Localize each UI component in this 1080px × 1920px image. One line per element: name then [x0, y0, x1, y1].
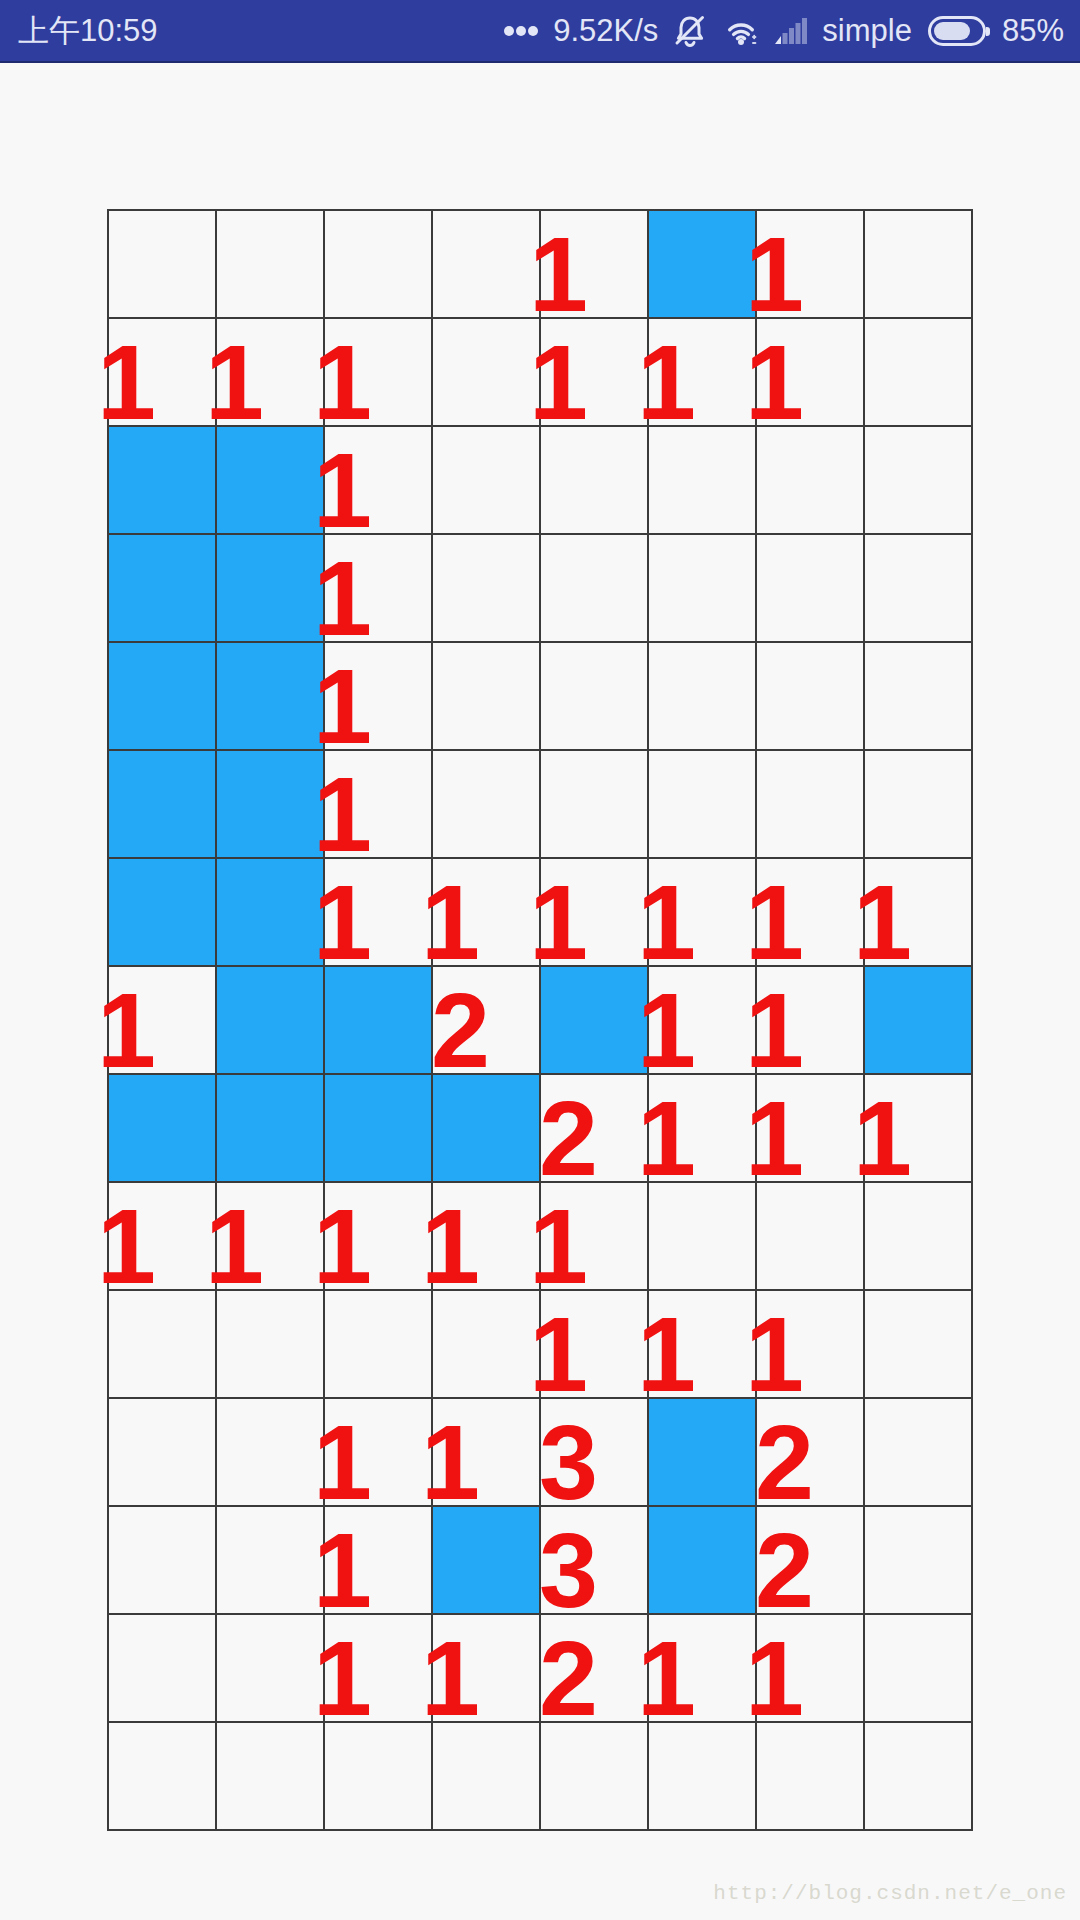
- cell-r8c1[interactable]: 1: [109, 967, 215, 1073]
- cell-r4c2[interactable]: [217, 535, 323, 641]
- battery-nub: [986, 27, 990, 36]
- cell-r6c4[interactable]: [433, 751, 539, 857]
- more-dots-icon: [503, 25, 539, 37]
- status-bar: 上午10:59 9.52K/s simple: [0, 0, 1080, 63]
- cell-number: 2: [755, 1517, 814, 1623]
- cell-r2c4[interactable]: [433, 319, 539, 425]
- cell-r5c4[interactable]: [433, 643, 539, 749]
- cell-r6c2[interactable]: [217, 751, 323, 857]
- cell-r10c7[interactable]: [757, 1183, 863, 1289]
- cell-r2c1[interactable]: 1: [109, 319, 215, 425]
- status-net-speed: 9.52K/s: [553, 13, 658, 49]
- cell-r13c8[interactable]: [865, 1507, 971, 1613]
- cell-number: 1: [97, 1193, 156, 1299]
- cell-r5c5[interactable]: [541, 643, 647, 749]
- cell-r14c3[interactable]: 1: [325, 1615, 431, 1721]
- cell-r15c3[interactable]: [325, 1723, 431, 1829]
- wifi-icon: [722, 15, 760, 47]
- status-carrier: simple: [822, 13, 912, 49]
- cell-r1c2[interactable]: [217, 211, 323, 317]
- cell-r4c5[interactable]: [541, 535, 647, 641]
- cell-r2c2[interactable]: 1: [217, 319, 323, 425]
- battery-fill: [934, 22, 970, 40]
- cell-number: 1: [97, 329, 156, 435]
- cell-r3c8[interactable]: [865, 427, 971, 533]
- cell-r15c1[interactable]: [109, 1723, 215, 1829]
- cell-r10c6[interactable]: [649, 1183, 755, 1289]
- cell-r13c3[interactable]: 1: [325, 1507, 431, 1613]
- cell-r3c3[interactable]: 1: [325, 427, 431, 533]
- cell-r13c1[interactable]: [109, 1507, 215, 1613]
- cell-number: 3: [539, 1517, 598, 1623]
- cell-r5c1[interactable]: [109, 643, 215, 749]
- cell-r2c3[interactable]: 1: [325, 319, 431, 425]
- cell-r5c2[interactable]: [217, 643, 323, 749]
- cell-r2c6[interactable]: 1: [649, 319, 755, 425]
- cell-r9c4[interactable]: [433, 1075, 539, 1181]
- cell-number: 2: [539, 1625, 598, 1731]
- cell-number: 2: [539, 1085, 598, 1191]
- cell-r14c8[interactable]: [865, 1615, 971, 1721]
- cell-r15c8[interactable]: [865, 1723, 971, 1829]
- cell-r11c4[interactable]: [433, 1291, 539, 1397]
- cell-r13c2[interactable]: [217, 1507, 323, 1613]
- cell-r7c3[interactable]: 1: [325, 859, 431, 965]
- cell-r7c5[interactable]: 1: [541, 859, 647, 965]
- cell-r12c3[interactable]: 1: [325, 1399, 431, 1505]
- cell-r5c7[interactable]: [757, 643, 863, 749]
- cell-r10c8[interactable]: [865, 1183, 971, 1289]
- cell-r9c5[interactable]: 2: [541, 1075, 647, 1181]
- cell-r12c6[interactable]: [649, 1399, 755, 1505]
- cell-r11c7[interactable]: 1: [757, 1291, 863, 1397]
- cell-r13c5[interactable]: 3: [541, 1507, 647, 1613]
- cell-r3c4[interactable]: [433, 427, 539, 533]
- cell-r7c2[interactable]: [217, 859, 323, 965]
- cell-r8c4[interactable]: 2: [433, 967, 539, 1073]
- cell-r3c1[interactable]: [109, 427, 215, 533]
- cell-r1c3[interactable]: [325, 211, 431, 317]
- cell-r13c6[interactable]: [649, 1507, 755, 1613]
- cell-r12c1[interactable]: [109, 1399, 215, 1505]
- cell-r11c2[interactable]: [217, 1291, 323, 1397]
- cell-r6c6[interactable]: [649, 751, 755, 857]
- cell-r9c3[interactable]: [325, 1075, 431, 1181]
- cell-number: 3: [539, 1409, 598, 1515]
- cell-r7c8[interactable]: 1: [865, 859, 971, 965]
- cell-r4c7[interactable]: [757, 535, 863, 641]
- cell-r7c7[interactable]: 1: [757, 859, 863, 965]
- cell-r12c5[interactable]: 3: [541, 1399, 647, 1505]
- cell-r10c2[interactable]: 1: [217, 1183, 323, 1289]
- signal-bars-icon: [774, 17, 808, 45]
- cell-r2c5[interactable]: 1: [541, 319, 647, 425]
- cell-r2c7[interactable]: 1: [757, 319, 863, 425]
- mute-bell-icon: [672, 13, 708, 49]
- cell-r5c3[interactable]: 1: [325, 643, 431, 749]
- cell-r7c4[interactable]: 1: [433, 859, 539, 965]
- watermark-url: http://blog.csdn.net/e_one: [713, 1882, 1067, 1905]
- cell-r14c4[interactable]: 1: [433, 1615, 539, 1721]
- cell-r15c6[interactable]: [649, 1723, 755, 1829]
- cell-r7c6[interactable]: 1: [649, 859, 755, 965]
- cell-r10c1[interactable]: 1: [109, 1183, 215, 1289]
- cell-r9c8[interactable]: 1: [865, 1075, 971, 1181]
- minesweeper-board: 1111111111111111111211211111111111113213…: [107, 209, 973, 1831]
- cell-r10c3[interactable]: 1: [325, 1183, 431, 1289]
- battery-icon: [928, 16, 986, 46]
- cell-r6c8[interactable]: [865, 751, 971, 857]
- cell-r4c4[interactable]: [433, 535, 539, 641]
- cell-r9c1[interactable]: [109, 1075, 215, 1181]
- cell-r7c1[interactable]: [109, 859, 215, 965]
- cell-r11c6[interactable]: 1: [649, 1291, 755, 1397]
- cell-r2c8[interactable]: [865, 319, 971, 425]
- cell-r8c5[interactable]: [541, 967, 647, 1073]
- cell-r6c5[interactable]: [541, 751, 647, 857]
- cell-r14c6[interactable]: 1: [649, 1615, 755, 1721]
- cell-r14c5[interactable]: 2: [541, 1615, 647, 1721]
- cell-r11c3[interactable]: [325, 1291, 431, 1397]
- cell-r8c6[interactable]: 1: [649, 967, 755, 1073]
- cell-r5c6[interactable]: [649, 643, 755, 749]
- cell-r5c8[interactable]: [865, 643, 971, 749]
- cell-number: 1: [97, 977, 156, 1083]
- cell-r3c6[interactable]: [649, 427, 755, 533]
- cell-r15c5[interactable]: [541, 1723, 647, 1829]
- cell-r15c4[interactable]: [433, 1723, 539, 1829]
- cell-r8c2[interactable]: [217, 967, 323, 1073]
- cell-r4c1[interactable]: [109, 535, 215, 641]
- cell-r15c2[interactable]: [217, 1723, 323, 1829]
- cell-r14c2[interactable]: [217, 1615, 323, 1721]
- cell-r3c7[interactable]: [757, 427, 863, 533]
- cell-r1c4[interactable]: [433, 211, 539, 317]
- cell-r6c1[interactable]: [109, 751, 215, 857]
- cell-r1c5[interactable]: 1: [541, 211, 647, 317]
- cell-r11c8[interactable]: [865, 1291, 971, 1397]
- cell-r8c8[interactable]: [865, 967, 971, 1073]
- status-battery-percent: 85%: [1002, 13, 1064, 49]
- cell-number: 2: [755, 1409, 814, 1515]
- cell-r14c1[interactable]: [109, 1615, 215, 1721]
- cell-r11c5[interactable]: 1: [541, 1291, 647, 1397]
- cell-r10c5[interactable]: 1: [541, 1183, 647, 1289]
- cell-r3c5[interactable]: [541, 427, 647, 533]
- cell-r1c7[interactable]: 1: [757, 211, 863, 317]
- cell-r1c8[interactable]: [865, 211, 971, 317]
- cell-r12c8[interactable]: [865, 1399, 971, 1505]
- cell-r8c7[interactable]: 1: [757, 967, 863, 1073]
- status-right-cluster: 9.52K/s simple 85%: [503, 13, 1064, 49]
- cell-r9c2[interactable]: [217, 1075, 323, 1181]
- cell-r13c7[interactable]: 2: [757, 1507, 863, 1613]
- cell-r6c7[interactable]: [757, 751, 863, 857]
- cell-r12c4[interactable]: 1: [433, 1399, 539, 1505]
- cell-r4c8[interactable]: [865, 535, 971, 641]
- cell-r11c1[interactable]: [109, 1291, 215, 1397]
- cell-r1c6[interactable]: [649, 211, 755, 317]
- status-time: 上午10:59: [18, 10, 158, 52]
- cell-r12c7[interactable]: 2: [757, 1399, 863, 1505]
- cell-number: 2: [431, 977, 490, 1083]
- cell-r3c2[interactable]: [217, 427, 323, 533]
- cell-r6c3[interactable]: 1: [325, 751, 431, 857]
- cell-r14c7[interactable]: 1: [757, 1615, 863, 1721]
- cell-r4c6[interactable]: [649, 535, 755, 641]
- cell-r10c4[interactable]: 1: [433, 1183, 539, 1289]
- cell-r12c2[interactable]: [217, 1399, 323, 1505]
- cell-r15c7[interactable]: [757, 1723, 863, 1829]
- cell-r9c7[interactable]: 1: [757, 1075, 863, 1181]
- cell-r4c3[interactable]: 1: [325, 535, 431, 641]
- cell-r13c4[interactable]: [433, 1507, 539, 1613]
- cell-r1c1[interactable]: [109, 211, 215, 317]
- cell-r8c3[interactable]: [325, 967, 431, 1073]
- cell-r9c6[interactable]: 1: [649, 1075, 755, 1181]
